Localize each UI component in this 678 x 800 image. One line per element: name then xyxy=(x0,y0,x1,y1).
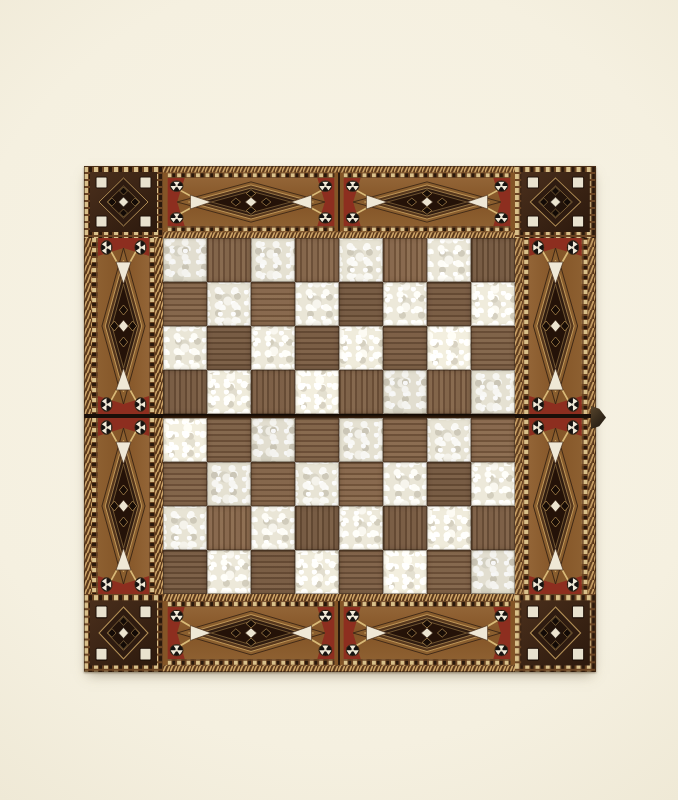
board-square xyxy=(339,370,383,414)
board-square xyxy=(471,282,515,326)
board-square xyxy=(339,550,383,594)
board-square xyxy=(383,282,427,326)
board-square xyxy=(471,418,515,462)
board-square xyxy=(251,370,295,414)
frame-edge-bottom xyxy=(163,594,515,672)
board-square xyxy=(427,238,471,282)
board-square xyxy=(339,282,383,326)
playing-area xyxy=(163,238,515,594)
board-square xyxy=(207,238,251,282)
board-lower-half xyxy=(163,418,515,594)
board-square xyxy=(163,370,207,414)
board-square xyxy=(427,418,471,462)
board-square xyxy=(163,238,207,282)
board-square xyxy=(339,418,383,462)
board-square xyxy=(471,238,515,282)
board-square xyxy=(471,506,515,550)
board-square xyxy=(339,462,383,506)
board-square xyxy=(207,370,251,414)
board-square xyxy=(383,550,427,594)
board-square xyxy=(295,550,339,594)
board-square xyxy=(427,370,471,414)
board-square xyxy=(163,550,207,594)
board-square xyxy=(207,282,251,326)
board-square xyxy=(427,550,471,594)
board-square xyxy=(207,550,251,594)
board-square xyxy=(383,238,427,282)
board-square xyxy=(383,418,427,462)
board-square xyxy=(427,462,471,506)
board-square xyxy=(471,370,515,414)
board-square xyxy=(163,462,207,506)
board-upper-half xyxy=(163,238,515,414)
board-square xyxy=(295,462,339,506)
board-square xyxy=(383,506,427,550)
board-square xyxy=(471,550,515,594)
chess-board xyxy=(84,166,596,672)
board-square xyxy=(471,462,515,506)
board-square xyxy=(339,326,383,370)
board-square xyxy=(339,238,383,282)
board-square xyxy=(295,370,339,414)
hinge-clasp-icon xyxy=(591,406,606,429)
frame-edge-left xyxy=(84,238,163,594)
page-background xyxy=(0,0,678,800)
frame-corner-bottom-left xyxy=(84,594,163,672)
board-square xyxy=(251,238,295,282)
frame-corner-top-right xyxy=(515,166,596,238)
board-square xyxy=(295,506,339,550)
frame-corner-bottom-right xyxy=(515,594,596,672)
board-square xyxy=(295,418,339,462)
board-square xyxy=(471,326,515,370)
board-square xyxy=(427,506,471,550)
board-square xyxy=(163,418,207,462)
board-square xyxy=(163,326,207,370)
board-square xyxy=(251,550,295,594)
frame-corner-top-left xyxy=(84,166,163,238)
board-square xyxy=(207,462,251,506)
frame-edge-top xyxy=(163,166,515,238)
board-square xyxy=(207,326,251,370)
frame-edge-right xyxy=(515,238,596,594)
board-square xyxy=(251,418,295,462)
board-square xyxy=(295,238,339,282)
board-square xyxy=(251,326,295,370)
board-square xyxy=(251,506,295,550)
board-square xyxy=(295,282,339,326)
board-square xyxy=(207,506,251,550)
board-square xyxy=(383,462,427,506)
board-square xyxy=(207,418,251,462)
board-square xyxy=(383,326,427,370)
board-square xyxy=(427,326,471,370)
board-square xyxy=(163,506,207,550)
board-square xyxy=(251,462,295,506)
board-square xyxy=(251,282,295,326)
board-square xyxy=(295,326,339,370)
board-square xyxy=(427,282,471,326)
board-square xyxy=(339,506,383,550)
board-square xyxy=(163,282,207,326)
board-square xyxy=(383,370,427,414)
